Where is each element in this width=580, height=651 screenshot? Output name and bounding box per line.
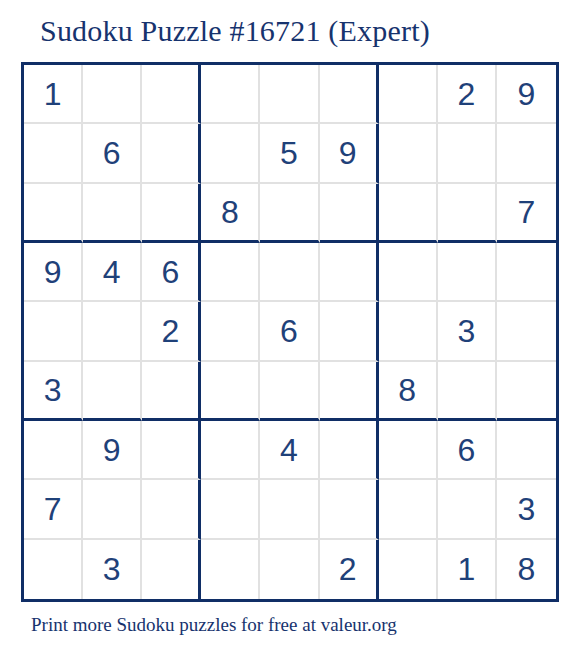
sudoku-cell-r4c8[interactable] [438,243,497,302]
sudoku-grid: 1296598794626338946733218 [21,62,559,602]
sudoku-cell-r3c8[interactable] [438,184,497,243]
sudoku-cell-r3c3[interactable] [142,184,201,243]
sudoku-cell-r6c4[interactable] [201,362,260,421]
sudoku-cell-r3c4[interactable]: 8 [201,184,260,243]
sudoku-cell-r5c1[interactable] [24,302,83,361]
sudoku-cell-r8c7[interactable] [379,480,438,539]
sudoku-cell-r7c8[interactable]: 6 [438,421,497,480]
sudoku-cell-r1c7[interactable] [379,65,438,124]
sudoku-cell-r4c4[interactable] [201,243,260,302]
sudoku-cell-r1c2[interactable] [83,65,142,124]
sudoku-cell-r8c8[interactable] [438,480,497,539]
sudoku-cell-r9c6[interactable]: 2 [320,540,379,599]
sudoku-cell-r9c8[interactable]: 1 [438,540,497,599]
sudoku-cell-r1c9[interactable]: 9 [497,65,556,124]
sudoku-cell-r8c5[interactable] [260,480,319,539]
sudoku-cell-r8c2[interactable] [83,480,142,539]
sudoku-cell-r5c2[interactable] [83,302,142,361]
sudoku-cell-r3c5[interactable] [260,184,319,243]
sudoku-cell-r2c2[interactable]: 6 [83,124,142,183]
page-title: Sudoku Puzzle #16721 (Expert) [40,14,430,48]
sudoku-cell-r3c1[interactable] [24,184,83,243]
sudoku-cell-r6c7[interactable]: 8 [379,362,438,421]
sudoku-cell-r8c3[interactable] [142,480,201,539]
sudoku-cell-r1c3[interactable] [142,65,201,124]
sudoku-cell-r5c5[interactable]: 6 [260,302,319,361]
sudoku-cell-r1c5[interactable] [260,65,319,124]
sudoku-cell-r2c3[interactable] [142,124,201,183]
sudoku-cell-r7c6[interactable] [320,421,379,480]
sudoku-cell-r8c1[interactable]: 7 [24,480,83,539]
sudoku-cell-r7c7[interactable] [379,421,438,480]
sudoku-cell-r9c2[interactable]: 3 [83,540,142,599]
sudoku-cell-r5c7[interactable] [379,302,438,361]
sudoku-cell-r9c1[interactable] [24,540,83,599]
sudoku-cell-r6c2[interactable] [83,362,142,421]
footer-text: Print more Sudoku puzzles for free at va… [31,614,397,636]
sudoku-cell-r3c2[interactable] [83,184,142,243]
sudoku-cell-r4c3[interactable]: 6 [142,243,201,302]
sudoku-cell-r8c9[interactable]: 3 [497,480,556,539]
sudoku-cell-r2c5[interactable]: 5 [260,124,319,183]
sudoku-cell-r6c3[interactable] [142,362,201,421]
sudoku-cell-r6c8[interactable] [438,362,497,421]
sudoku-cell-r2c1[interactable] [24,124,83,183]
sudoku-cell-r9c7[interactable] [379,540,438,599]
sudoku-cell-r7c4[interactable] [201,421,260,480]
sudoku-cell-r8c4[interactable] [201,480,260,539]
sudoku-cell-r9c5[interactable] [260,540,319,599]
sudoku-cell-r2c8[interactable] [438,124,497,183]
sudoku-cell-r1c4[interactable] [201,65,260,124]
sudoku-cell-r3c6[interactable] [320,184,379,243]
sudoku-cell-r6c6[interactable] [320,362,379,421]
sudoku-cell-r7c2[interactable]: 9 [83,421,142,480]
sudoku-cell-r1c6[interactable] [320,65,379,124]
sudoku-cell-r4c2[interactable]: 4 [83,243,142,302]
sudoku-cell-r7c1[interactable] [24,421,83,480]
sudoku-cell-r9c4[interactable] [201,540,260,599]
sudoku-cell-r7c5[interactable]: 4 [260,421,319,480]
sudoku-cell-r4c6[interactable] [320,243,379,302]
sudoku-cell-r2c7[interactable] [379,124,438,183]
sudoku-cell-r2c4[interactable] [201,124,260,183]
sudoku-cell-r5c9[interactable] [497,302,556,361]
sudoku-cell-r4c5[interactable] [260,243,319,302]
sudoku-cell-r3c9[interactable]: 7 [497,184,556,243]
sudoku-cell-r4c7[interactable] [379,243,438,302]
sudoku-cell-r4c9[interactable] [497,243,556,302]
sudoku-cell-r9c3[interactable] [142,540,201,599]
sudoku-cell-r8c6[interactable] [320,480,379,539]
sudoku-cell-r2c9[interactable] [497,124,556,183]
sudoku-cell-r6c1[interactable]: 3 [24,362,83,421]
sudoku-cell-r5c8[interactable]: 3 [438,302,497,361]
sudoku-cell-r1c8[interactable]: 2 [438,65,497,124]
sudoku-cell-r7c9[interactable] [497,421,556,480]
sudoku-cell-r1c1[interactable]: 1 [24,65,83,124]
sudoku-cell-r5c3[interactable]: 2 [142,302,201,361]
sudoku-cell-r7c3[interactable] [142,421,201,480]
sudoku-cell-r5c4[interactable] [201,302,260,361]
sudoku-cell-r9c9[interactable]: 8 [497,540,556,599]
sudoku-cell-r5c6[interactable] [320,302,379,361]
sudoku-cell-r4c1[interactable]: 9 [24,243,83,302]
sudoku-cell-r6c9[interactable] [497,362,556,421]
sudoku-cell-r6c5[interactable] [260,362,319,421]
sudoku-cell-r3c7[interactable] [379,184,438,243]
sudoku-cell-r2c6[interactable]: 9 [320,124,379,183]
